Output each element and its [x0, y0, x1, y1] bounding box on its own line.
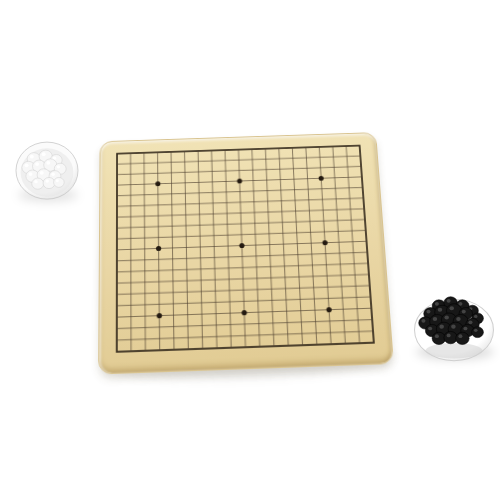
- black-stone: [472, 327, 484, 338]
- white-stones-bowl: [14, 139, 80, 201]
- grid-line-vertical: [131, 153, 132, 351]
- stone-highlight: [435, 334, 439, 338]
- grid-line-vertical: [279, 148, 288, 345]
- stone-highlight: [30, 155, 34, 159]
- star-point: [239, 243, 244, 248]
- white-stone: [43, 177, 55, 188]
- stone-highlight: [474, 329, 478, 332]
- grid-line-vertical: [185, 151, 189, 349]
- stone-highlight: [421, 319, 425, 323]
- stone-highlight: [463, 327, 467, 331]
- grid-line-vertical: [252, 149, 260, 347]
- stone-highlight: [447, 334, 451, 338]
- star-point: [157, 313, 162, 319]
- black-stones-bowl: [412, 286, 496, 363]
- stone-highlight: [46, 161, 50, 165]
- star-point: [156, 246, 161, 251]
- grid-line-vertical: [225, 150, 231, 348]
- black-stone: [432, 332, 445, 344]
- star-point: [242, 310, 247, 315]
- stone-highlight: [439, 325, 444, 329]
- grid-line-vertical: [306, 147, 317, 344]
- stone-highlight: [474, 315, 478, 318]
- board-surface: [112, 141, 380, 357]
- grid-line-vertical: [212, 151, 217, 349]
- grid-line-vertical: [171, 152, 174, 350]
- go-board-grid: [112, 141, 380, 357]
- stone-highlight: [428, 327, 432, 331]
- stone-highlight: [444, 315, 449, 319]
- stone-highlight: [51, 173, 55, 176]
- star-point: [322, 240, 327, 245]
- stone-highlight: [462, 310, 466, 314]
- stone-highlight: [451, 325, 456, 329]
- stone-highlight: [40, 171, 44, 175]
- stone-highlight: [34, 180, 38, 183]
- white-stone: [32, 178, 44, 189]
- stone-highlight: [449, 306, 454, 310]
- white-stone: [54, 177, 65, 187]
- go-board: [99, 133, 393, 373]
- stone-highlight: [57, 165, 61, 168]
- stone-highlight: [458, 334, 462, 338]
- stone-highlight: [45, 179, 49, 182]
- black-stones-bowl-svg: [412, 286, 496, 363]
- product-photo: [0, 0, 500, 500]
- stone-highlight: [29, 172, 33, 176]
- stone-highlight: [426, 310, 430, 314]
- stone-highlight: [433, 317, 438, 321]
- star-point: [155, 181, 160, 186]
- stone-highlight: [435, 302, 439, 306]
- stone-highlight: [456, 317, 461, 321]
- white-stones-bowl-svg: [14, 139, 80, 201]
- grid-line-vertical: [346, 146, 359, 343]
- star-point: [318, 176, 323, 181]
- grid-line-vertical: [292, 148, 302, 345]
- stone-highlight: [438, 308, 443, 312]
- stone-highlight: [468, 320, 472, 324]
- black-stone: [444, 331, 457, 343]
- stone-highlight: [447, 299, 451, 303]
- stone-highlight: [35, 162, 39, 166]
- grid-line-vertical: [144, 153, 145, 351]
- grid-line-vertical: [265, 149, 274, 346]
- star-point: [237, 178, 242, 183]
- stone-highlight: [25, 163, 29, 167]
- black-stone: [456, 332, 469, 344]
- star-point: [326, 307, 332, 312]
- grid-line-vertical: [198, 151, 203, 349]
- stone-highlight: [56, 179, 59, 182]
- stone-highlight: [42, 152, 46, 156]
- grid-line-vertical: [333, 146, 346, 343]
- bowl-base-shading: [425, 343, 482, 358]
